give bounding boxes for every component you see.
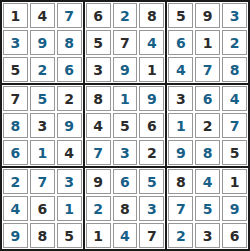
sudoku-cell[interactable]: 2 [222, 30, 247, 55]
sudoku-cell[interactable]: 6 [30, 196, 55, 221]
sudoku-cell[interactable]: 1 [86, 223, 111, 248]
sudoku-cell[interactable]: 6 [57, 57, 82, 82]
sudoku-cell[interactable]: 2 [113, 3, 138, 28]
sudoku-cell[interactable]: 3 [222, 3, 247, 28]
sudoku-cell[interactable]: 9 [30, 30, 55, 55]
sudoku-box: 841759236 [167, 168, 248, 249]
sudoku-cell[interactable]: 1 [139, 57, 164, 82]
sudoku-cell[interactable]: 1 [222, 169, 247, 194]
sudoku-cell[interactable]: 5 [30, 86, 55, 111]
sudoku-cell[interactable]: 3 [113, 140, 138, 165]
sudoku-cell[interactable]: 4 [222, 86, 247, 111]
sudoku-cell[interactable]: 3 [30, 113, 55, 138]
sudoku-cell[interactable]: 2 [30, 57, 55, 82]
sudoku-cell[interactable]: 8 [139, 3, 164, 28]
sudoku-cell[interactable]: 6 [3, 140, 28, 165]
sudoku-cell[interactable]: 1 [113, 86, 138, 111]
sudoku-cell[interactable]: 3 [86, 57, 111, 82]
sudoku-cell[interactable]: 4 [195, 169, 220, 194]
sudoku-cell[interactable]: 2 [57, 86, 82, 111]
sudoku-cell[interactable]: 4 [168, 57, 193, 82]
sudoku-cell[interactable]: 7 [195, 57, 220, 82]
sudoku-cell[interactable]: 8 [168, 169, 193, 194]
sudoku-cell[interactable]: 2 [86, 196, 111, 221]
sudoku-cell[interactable]: 4 [30, 3, 55, 28]
sudoku-cell[interactable]: 5 [3, 57, 28, 82]
sudoku-cell[interactable]: 5 [86, 30, 111, 55]
sudoku-cell[interactable]: 3 [195, 223, 220, 248]
sudoku-cell[interactable]: 4 [113, 223, 138, 248]
sudoku-cell[interactable]: 8 [3, 113, 28, 138]
sudoku-box: 364127985 [167, 85, 248, 166]
sudoku-box: 593612478 [167, 2, 248, 83]
sudoku-cell[interactable]: 1 [195, 30, 220, 55]
sudoku-box: 752839614 [2, 85, 83, 166]
sudoku-cell[interactable]: 6 [168, 30, 193, 55]
sudoku-box: 628574391 [85, 2, 166, 83]
sudoku-cell[interactable]: 5 [113, 113, 138, 138]
sudoku-cell[interactable]: 6 [86, 3, 111, 28]
sudoku-cell[interactable]: 7 [113, 30, 138, 55]
sudoku-cell[interactable]: 2 [139, 140, 164, 165]
sudoku-cell[interactable]: 6 [113, 169, 138, 194]
sudoku-cell[interactable]: 4 [139, 30, 164, 55]
sudoku-cell[interactable]: 8 [86, 86, 111, 111]
sudoku-board: 1473985266285743915936124787528396148194… [0, 0, 250, 251]
sudoku-cell[interactable]: 5 [139, 169, 164, 194]
sudoku-cell[interactable]: 4 [57, 140, 82, 165]
sudoku-cell[interactable]: 1 [30, 140, 55, 165]
sudoku-cell[interactable]: 9 [86, 169, 111, 194]
sudoku-cell[interactable]: 3 [3, 30, 28, 55]
sudoku-cell[interactable]: 8 [113, 196, 138, 221]
sudoku-cell[interactable]: 7 [222, 113, 247, 138]
sudoku-cell[interactable]: 2 [168, 223, 193, 248]
sudoku-cell[interactable]: 4 [3, 196, 28, 221]
sudoku-cell[interactable]: 7 [3, 86, 28, 111]
sudoku-box: 819456732 [85, 85, 166, 166]
sudoku-cell[interactable]: 1 [168, 113, 193, 138]
sudoku-cell[interactable]: 9 [3, 223, 28, 248]
sudoku-cell[interactable]: 6 [139, 113, 164, 138]
sudoku-cell[interactable]: 3 [168, 86, 193, 111]
sudoku-box: 273461985 [2, 168, 83, 249]
sudoku-cell[interactable]: 1 [57, 196, 82, 221]
sudoku-cell[interactable]: 2 [195, 113, 220, 138]
sudoku-cell[interactable]: 9 [139, 86, 164, 111]
sudoku-cell[interactable]: 7 [139, 223, 164, 248]
sudoku-cell[interactable]: 9 [168, 140, 193, 165]
sudoku-cell[interactable]: 7 [57, 3, 82, 28]
sudoku-cell[interactable]: 8 [222, 57, 247, 82]
sudoku-cell[interactable]: 5 [195, 196, 220, 221]
sudoku-cell[interactable]: 2 [3, 169, 28, 194]
sudoku-cell[interactable]: 7 [168, 196, 193, 221]
sudoku-cell[interactable]: 4 [86, 113, 111, 138]
sudoku-cell[interactable]: 9 [222, 196, 247, 221]
sudoku-box: 965283147 [85, 168, 166, 249]
sudoku-cell[interactable]: 8 [30, 223, 55, 248]
sudoku-cell[interactable]: 9 [195, 3, 220, 28]
sudoku-box: 147398526 [2, 2, 83, 83]
sudoku-cell[interactable]: 7 [86, 140, 111, 165]
sudoku-cell[interactable]: 3 [57, 169, 82, 194]
sudoku-cell[interactable]: 6 [195, 86, 220, 111]
sudoku-cell[interactable]: 7 [30, 169, 55, 194]
sudoku-cell[interactable]: 5 [168, 3, 193, 28]
sudoku-cell[interactable]: 1 [3, 3, 28, 28]
sudoku-cell[interactable]: 3 [139, 196, 164, 221]
sudoku-cell[interactable]: 5 [222, 140, 247, 165]
sudoku-cell[interactable]: 5 [57, 223, 82, 248]
sudoku-cell[interactable]: 6 [222, 223, 247, 248]
sudoku-cell[interactable]: 8 [195, 140, 220, 165]
sudoku-cell[interactable]: 9 [113, 57, 138, 82]
sudoku-cell[interactable]: 9 [57, 113, 82, 138]
sudoku-cell[interactable]: 8 [57, 30, 82, 55]
